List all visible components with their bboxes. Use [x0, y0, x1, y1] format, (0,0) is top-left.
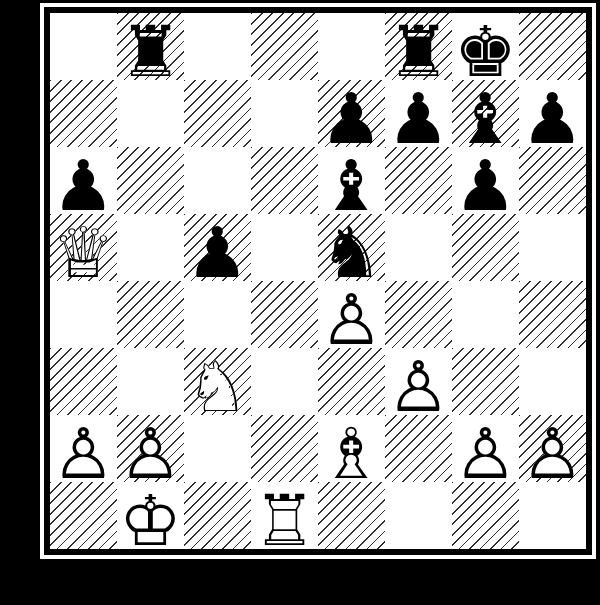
- white-piece-fill: ♝: [318, 420, 385, 487]
- square-h4[interactable]: [519, 281, 586, 348]
- square-g1[interactable]: [452, 482, 519, 549]
- black-piece-glyph: ♞: [318, 219, 385, 286]
- black-rook-f8: ♜: [385, 13, 452, 80]
- chess-board: ♜♜♚♟♟♝♟♟♝♟♛♕♟♞♟♙♞♘♟♙♟♙♟♙♝♗♟♙♟♙♚♔♜♖: [50, 13, 586, 549]
- white-piece-outline: ♙: [452, 420, 519, 487]
- white-piece-outline: ♙: [385, 353, 452, 420]
- square-b6[interactable]: [117, 147, 184, 214]
- square-g4[interactable]: [452, 281, 519, 348]
- black-piece-glyph: ♟: [318, 85, 385, 152]
- white-piece-fill: ♟: [385, 353, 452, 420]
- square-c5[interactable]: ♟: [184, 214, 251, 281]
- black-piece-glyph: ♟: [184, 219, 251, 286]
- square-e4[interactable]: ♟♙: [318, 281, 385, 348]
- square-h1[interactable]: [519, 482, 586, 549]
- white-pawn-e4: ♟♙: [318, 281, 385, 348]
- white-pawn-b2: ♟♙: [117, 415, 184, 482]
- square-f3[interactable]: ♟♙: [385, 348, 452, 415]
- white-piece-fill: ♟: [318, 286, 385, 353]
- square-h3[interactable]: [519, 348, 586, 415]
- square-c2[interactable]: [184, 415, 251, 482]
- black-piece-glyph: ♟: [519, 85, 586, 152]
- square-a1[interactable]: [50, 482, 117, 549]
- square-a3[interactable]: [50, 348, 117, 415]
- board-border: ♜♜♚♟♟♝♟♟♝♟♛♕♟♞♟♙♞♘♟♙♟♙♟♙♝♗♟♙♟♙♚♔♜♖: [44, 7, 592, 555]
- white-piece-fill: ♛: [50, 219, 117, 286]
- black-pawn-f7: ♟: [385, 80, 452, 147]
- black-piece-glyph: ♟: [385, 85, 452, 152]
- square-d3[interactable]: [251, 348, 318, 415]
- white-piece-outline: ♙: [117, 420, 184, 487]
- board-frame: ♜♜♚♟♟♝♟♟♝♟♛♕♟♞♟♙♞♘♟♙♟♙♟♙♝♗♟♙♟♙♚♔♜♖: [40, 3, 596, 559]
- white-bishop-e2: ♝♗: [318, 415, 385, 482]
- square-c3[interactable]: ♞♘: [184, 348, 251, 415]
- square-b4[interactable]: [117, 281, 184, 348]
- square-e2[interactable]: ♝♗: [318, 415, 385, 482]
- square-d8[interactable]: [251, 13, 318, 80]
- white-rook-d1: ♜♖: [251, 482, 318, 549]
- square-f8[interactable]: ♜: [385, 13, 452, 80]
- square-a5[interactable]: ♛♕: [50, 214, 117, 281]
- square-e3[interactable]: [318, 348, 385, 415]
- black-piece-glyph: ♝: [452, 85, 519, 152]
- square-f4[interactable]: [385, 281, 452, 348]
- square-e1[interactable]: [318, 482, 385, 549]
- black-king-g8: ♚: [452, 13, 519, 80]
- square-d2[interactable]: [251, 415, 318, 482]
- black-bishop-e6: ♝: [318, 147, 385, 214]
- square-h8[interactable]: [519, 13, 586, 80]
- black-knight-e5: ♞: [318, 214, 385, 281]
- square-a2[interactable]: ♟♙: [50, 415, 117, 482]
- square-d4[interactable]: [251, 281, 318, 348]
- black-pawn-e7: ♟: [318, 80, 385, 147]
- square-g3[interactable]: [452, 348, 519, 415]
- square-h7[interactable]: ♟: [519, 80, 586, 147]
- square-e7[interactable]: ♟: [318, 80, 385, 147]
- white-pawn-h2: ♟♙: [519, 415, 586, 482]
- square-f6[interactable]: [385, 147, 452, 214]
- square-b1[interactable]: ♚♔: [117, 482, 184, 549]
- black-pawn-h7: ♟: [519, 80, 586, 147]
- square-f7[interactable]: ♟: [385, 80, 452, 147]
- square-c6[interactable]: [184, 147, 251, 214]
- white-piece-outline: ♙: [519, 420, 586, 487]
- white-pawn-g2: ♟♙: [452, 415, 519, 482]
- white-piece-outline: ♙: [50, 420, 117, 487]
- square-f1[interactable]: [385, 482, 452, 549]
- white-piece-outline: ♗: [318, 420, 385, 487]
- white-piece-fill: ♟: [519, 420, 586, 487]
- square-c1[interactable]: [184, 482, 251, 549]
- square-e5[interactable]: ♞: [318, 214, 385, 281]
- white-piece-outline: ♔: [117, 487, 184, 554]
- square-d5[interactable]: [251, 214, 318, 281]
- square-c8[interactable]: [184, 13, 251, 80]
- black-piece-glyph: ♜: [385, 18, 452, 85]
- white-piece-fill: ♞: [184, 353, 251, 420]
- square-b2[interactable]: ♟♙: [117, 415, 184, 482]
- black-piece-glyph: ♟: [50, 152, 117, 219]
- black-rook-b8: ♜: [117, 13, 184, 80]
- square-b7[interactable]: [117, 80, 184, 147]
- square-c7[interactable]: [184, 80, 251, 147]
- square-b3[interactable]: [117, 348, 184, 415]
- black-bishop-g7: ♝: [452, 80, 519, 147]
- square-d7[interactable]: [251, 80, 318, 147]
- black-piece-glyph: ♟: [452, 152, 519, 219]
- black-pawn-a6: ♟: [50, 147, 117, 214]
- white-knight-c3: ♞♘: [184, 348, 251, 415]
- white-pawn-a2: ♟♙: [50, 415, 117, 482]
- black-piece-glyph: ♚: [452, 18, 519, 85]
- white-king-b1: ♚♔: [117, 482, 184, 549]
- square-h6[interactable]: [519, 147, 586, 214]
- black-pawn-g6: ♟: [452, 147, 519, 214]
- white-piece-fill: ♚: [117, 487, 184, 554]
- white-piece-outline: ♙: [318, 286, 385, 353]
- black-pawn-c5: ♟: [184, 214, 251, 281]
- square-d1[interactable]: ♜♖: [251, 482, 318, 549]
- square-h2[interactable]: ♟♙: [519, 415, 586, 482]
- square-d6[interactable]: [251, 147, 318, 214]
- white-piece-outline: ♕: [50, 219, 117, 286]
- square-e6[interactable]: ♝: [318, 147, 385, 214]
- square-g7[interactable]: ♝: [452, 80, 519, 147]
- square-b8[interactable]: ♜: [117, 13, 184, 80]
- square-a7[interactable]: [50, 80, 117, 147]
- square-a4[interactable]: [50, 281, 117, 348]
- white-piece-fill: ♟: [117, 420, 184, 487]
- square-a6[interactable]: ♟: [50, 147, 117, 214]
- black-piece-glyph: ♝: [318, 152, 385, 219]
- white-piece-fill: ♟: [452, 420, 519, 487]
- white-piece-outline: ♖: [251, 487, 318, 554]
- square-h5[interactable]: [519, 214, 586, 281]
- square-g8[interactable]: ♚: [452, 13, 519, 80]
- square-f2[interactable]: [385, 415, 452, 482]
- black-piece-glyph: ♜: [117, 18, 184, 85]
- square-c4[interactable]: [184, 281, 251, 348]
- white-piece-outline: ♘: [184, 353, 251, 420]
- white-piece-fill: ♜: [251, 487, 318, 554]
- page-background: ♜♜♚♟♟♝♟♟♝♟♛♕♟♞♟♙♞♘♟♙♟♙♟♙♝♗♟♙♟♙♚♔♜♖: [0, 0, 600, 605]
- white-queen-a5: ♛♕: [50, 214, 117, 281]
- square-g2[interactable]: ♟♙: [452, 415, 519, 482]
- square-b5[interactable]: [117, 214, 184, 281]
- square-e8[interactable]: [318, 13, 385, 80]
- square-a8[interactable]: [50, 13, 117, 80]
- white-piece-fill: ♟: [50, 420, 117, 487]
- square-g5[interactable]: [452, 214, 519, 281]
- white-pawn-f3: ♟♙: [385, 348, 452, 415]
- square-g6[interactable]: ♟: [452, 147, 519, 214]
- square-f5[interactable]: [385, 214, 452, 281]
